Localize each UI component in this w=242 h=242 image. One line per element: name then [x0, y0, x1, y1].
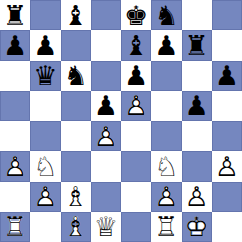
square-d6[interactable]: [91, 61, 121, 91]
piece-outline: ♙: [182, 182, 212, 212]
square-c4[interactable]: [61, 121, 91, 151]
black-pawn: ♟: [91, 91, 121, 121]
square-h7[interactable]: [212, 30, 242, 60]
square-h1[interactable]: [212, 212, 242, 242]
piece-glyph: ♟: [182, 91, 212, 121]
piece-outline: ♙: [212, 151, 242, 181]
piece-outline: ♔: [182, 212, 212, 242]
square-f5[interactable]: [151, 91, 181, 121]
piece-glyph: ♜: [182, 30, 212, 60]
white-pawn: ♟♙: [0, 151, 30, 181]
piece-glyph: ♚: [121, 0, 151, 30]
white-pawn: ♟♙: [212, 151, 242, 181]
chess-board: ♜♝♚♞♟♟♝♟♜♛♞♟♟♟♟♙♟♟♙♟♙♞♘♞♘♟♙♟♙♝♗♟♙♟♙♜♖♝♗♛…: [0, 0, 242, 242]
square-c8[interactable]: ♝: [61, 0, 91, 30]
piece-glyph: ♝: [121, 30, 151, 60]
square-h6[interactable]: ♟: [212, 61, 242, 91]
piece-glyph: ♜: [0, 0, 30, 30]
square-a4[interactable]: [0, 121, 30, 151]
square-h2[interactable]: [212, 182, 242, 212]
square-a7[interactable]: ♟: [0, 30, 30, 60]
piece-outline: ♖: [151, 212, 181, 242]
square-d5[interactable]: ♟: [91, 91, 121, 121]
white-pawn: ♟♙: [182, 182, 212, 212]
square-h8[interactable]: [212, 0, 242, 30]
piece-glyph: ♞: [61, 61, 91, 91]
piece-outline: ♘: [151, 151, 181, 181]
black-king: ♚: [121, 0, 151, 30]
black-rook: ♜: [0, 0, 30, 30]
piece-glyph: ♟: [30, 30, 60, 60]
square-b7[interactable]: ♟: [30, 30, 60, 60]
black-pawn: ♟: [182, 91, 212, 121]
piece-glyph: ♟: [0, 30, 30, 60]
square-h4[interactable]: [212, 121, 242, 151]
white-pawn: ♟♙: [151, 182, 181, 212]
square-b3[interactable]: ♞♘: [30, 151, 60, 181]
piece-outline: ♙: [121, 91, 151, 121]
black-bishop: ♝: [121, 30, 151, 60]
white-pawn: ♟♙: [91, 121, 121, 151]
square-d3[interactable]: [91, 151, 121, 181]
square-b5[interactable]: [30, 91, 60, 121]
square-g3[interactable]: [182, 151, 212, 181]
piece-glyph: ♟: [212, 61, 242, 91]
black-pawn: ♟: [30, 30, 60, 60]
square-a2[interactable]: [0, 182, 30, 212]
square-c7[interactable]: [61, 30, 91, 60]
square-a5[interactable]: [0, 91, 30, 121]
square-a8[interactable]: ♜: [0, 0, 30, 30]
white-pawn: ♟♙: [121, 91, 151, 121]
piece-glyph: ♞: [151, 0, 181, 30]
white-bishop: ♝♗: [61, 182, 91, 212]
white-rook: ♜♖: [151, 212, 181, 242]
piece-glyph: ♝: [61, 0, 91, 30]
black-knight: ♞: [151, 0, 181, 30]
black-queen: ♛: [30, 61, 60, 91]
square-a6[interactable]: [0, 61, 30, 91]
square-e7[interactable]: ♝: [121, 30, 151, 60]
piece-glyph: ♟: [121, 61, 151, 91]
square-c2[interactable]: ♝♗: [61, 182, 91, 212]
black-bishop: ♝: [61, 0, 91, 30]
piece-outline: ♙: [30, 182, 60, 212]
square-a3[interactable]: ♟♙: [0, 151, 30, 181]
square-b6[interactable]: ♛: [30, 61, 60, 91]
square-c3[interactable]: [61, 151, 91, 181]
white-queen: ♛♕: [91, 212, 121, 242]
square-f8[interactable]: ♞: [151, 0, 181, 30]
white-knight: ♞♘: [30, 151, 60, 181]
square-e1[interactable]: [121, 212, 151, 242]
square-f6[interactable]: [151, 61, 181, 91]
square-f4[interactable]: [151, 121, 181, 151]
square-f2[interactable]: ♟♙: [151, 182, 181, 212]
square-b1[interactable]: [30, 212, 60, 242]
square-c5[interactable]: [61, 91, 91, 121]
square-c1[interactable]: ♝♗: [61, 212, 91, 242]
square-d4[interactable]: ♟♙: [91, 121, 121, 151]
square-d2[interactable]: [91, 182, 121, 212]
piece-outline: ♖: [0, 212, 30, 242]
white-rook: ♜♖: [0, 212, 30, 242]
black-pawn: ♟: [151, 30, 181, 60]
white-bishop: ♝♗: [61, 212, 91, 242]
square-g8[interactable]: [182, 0, 212, 30]
black-pawn: ♟: [0, 30, 30, 60]
white-king: ♚♔: [182, 212, 212, 242]
square-e6[interactable]: ♟: [121, 61, 151, 91]
piece-outline: ♗: [61, 182, 91, 212]
square-g4[interactable]: [182, 121, 212, 151]
piece-outline: ♗: [61, 212, 91, 242]
black-rook: ♜: [182, 30, 212, 60]
square-e4[interactable]: [121, 121, 151, 151]
piece-glyph: ♛: [30, 61, 60, 91]
black-pawn: ♟: [212, 61, 242, 91]
square-a1[interactable]: ♜♖: [0, 212, 30, 242]
black-knight: ♞: [61, 61, 91, 91]
square-b2[interactable]: ♟♙: [30, 182, 60, 212]
black-pawn: ♟: [121, 61, 151, 91]
square-g7[interactable]: ♜: [182, 30, 212, 60]
square-d8[interactable]: [91, 0, 121, 30]
square-b8[interactable]: [30, 0, 60, 30]
square-g2[interactable]: ♟♙: [182, 182, 212, 212]
square-d7[interactable]: [91, 30, 121, 60]
piece-outline: ♙: [0, 151, 30, 181]
square-g5[interactable]: ♟: [182, 91, 212, 121]
square-f3[interactable]: ♞♘: [151, 151, 181, 181]
square-g6[interactable]: [182, 61, 212, 91]
square-e5[interactable]: ♟♙: [121, 91, 151, 121]
square-e8[interactable]: ♚: [121, 0, 151, 30]
square-e2[interactable]: [121, 182, 151, 212]
square-h5[interactable]: [212, 91, 242, 121]
square-d1[interactable]: ♛♕: [91, 212, 121, 242]
piece-glyph: ♟: [91, 91, 121, 121]
white-pawn: ♟♙: [30, 182, 60, 212]
square-b4[interactable]: [30, 121, 60, 151]
square-h3[interactable]: ♟♙: [212, 151, 242, 181]
piece-outline: ♕: [91, 212, 121, 242]
piece-outline: ♘: [30, 151, 60, 181]
square-g1[interactable]: ♚♔: [182, 212, 212, 242]
square-e3[interactable]: [121, 151, 151, 181]
piece-glyph: ♟: [151, 30, 181, 60]
square-f7[interactable]: ♟: [151, 30, 181, 60]
white-knight: ♞♘: [151, 151, 181, 181]
piece-outline: ♙: [91, 121, 121, 151]
square-f1[interactable]: ♜♖: [151, 212, 181, 242]
piece-outline: ♙: [151, 182, 181, 212]
square-c6[interactable]: ♞: [61, 61, 91, 91]
